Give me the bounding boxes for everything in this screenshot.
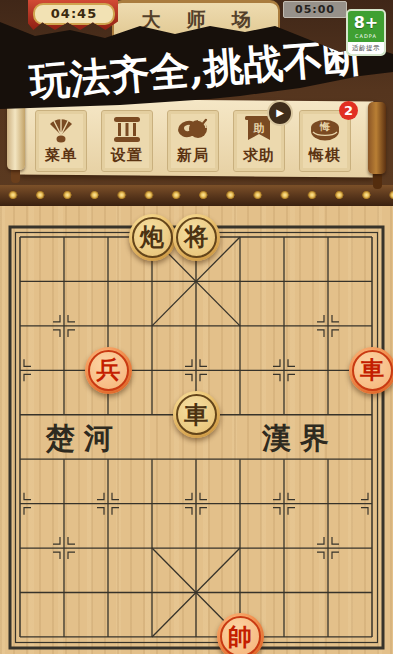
piece-char: 兵 [88, 350, 129, 391]
xiangqi-app: 楚河 漢界 炮将兵車車帥 菜单 [0, 0, 393, 654]
play-badge[interactable]: ▶ [267, 100, 293, 126]
stud-strip [0, 185, 393, 206]
age-rating-value: 8+ [354, 13, 379, 33]
river-label-han: 漢界 [252, 419, 348, 459]
piece-char: 車 [176, 394, 217, 435]
age-rating-badge: 8+ CADPA 适龄提示 [346, 9, 386, 56]
scroll-knob-right [373, 172, 382, 189]
piece-black-chariot[interactable]: 車 [173, 391, 220, 438]
piece-black-general[interactable]: 将 [173, 214, 220, 261]
river-label-chu: 楚河 [36, 419, 132, 459]
piece-char: 帥 [220, 616, 261, 654]
piece-char: 車 [352, 350, 393, 391]
undo-piece-icon: 悔 [308, 114, 342, 146]
scroll-roll-right [368, 102, 386, 174]
piece-char: 将 [176, 217, 217, 258]
help-button[interactable]: 助 求助 ▶ [233, 110, 285, 172]
piece-red-general[interactable]: 帥 [217, 613, 264, 654]
piece-red-chariot[interactable]: 車 [349, 347, 393, 394]
toolbar-buttons: 菜单 设置 [22, 110, 351, 172]
play-icon: ▶ [276, 107, 284, 118]
red-timer: 04:45 [33, 3, 115, 25]
scroll-icon [111, 114, 143, 146]
age-rating-note-strip: 适龄提示 [348, 42, 384, 54]
red-timer-banner: 04:45 [28, 0, 118, 30]
age-rating-org: CADPA [355, 33, 377, 40]
piece-char: 炮 [132, 217, 173, 258]
toolbar-scroll: 菜单 设置 [0, 96, 393, 184]
new-game-label: 新局 [177, 146, 209, 165]
undo-button[interactable]: 悔 悔棋 2 [299, 110, 351, 172]
settings-label: 设置 [111, 146, 143, 165]
xiangqi-board[interactable]: 楚河 漢界 炮将兵車車帥 [0, 204, 393, 654]
undo-count-badge: 2 [339, 101, 358, 120]
stones-icon [177, 114, 209, 146]
settings-button[interactable]: 设置 [101, 110, 153, 172]
svg-text:助: 助 [253, 122, 265, 135]
help-label: 求助 [243, 146, 275, 165]
piece-red-soldier[interactable]: 兵 [85, 347, 132, 394]
gold-studs [0, 185, 393, 206]
piece-black-cannon[interactable]: 炮 [129, 214, 176, 261]
menu-label: 菜单 [45, 146, 77, 165]
svg-text:悔: 悔 [319, 121, 330, 132]
scroll-roll-left [7, 98, 25, 170]
undo-label: 悔棋 [309, 146, 341, 165]
age-rating-note: 适龄提示 [352, 44, 380, 53]
fan-icon [45, 114, 77, 146]
menu-button[interactable]: 菜单 [35, 110, 87, 172]
black-timer: 05:00 [283, 1, 347, 18]
new-game-button[interactable]: 新局 [167, 110, 219, 172]
